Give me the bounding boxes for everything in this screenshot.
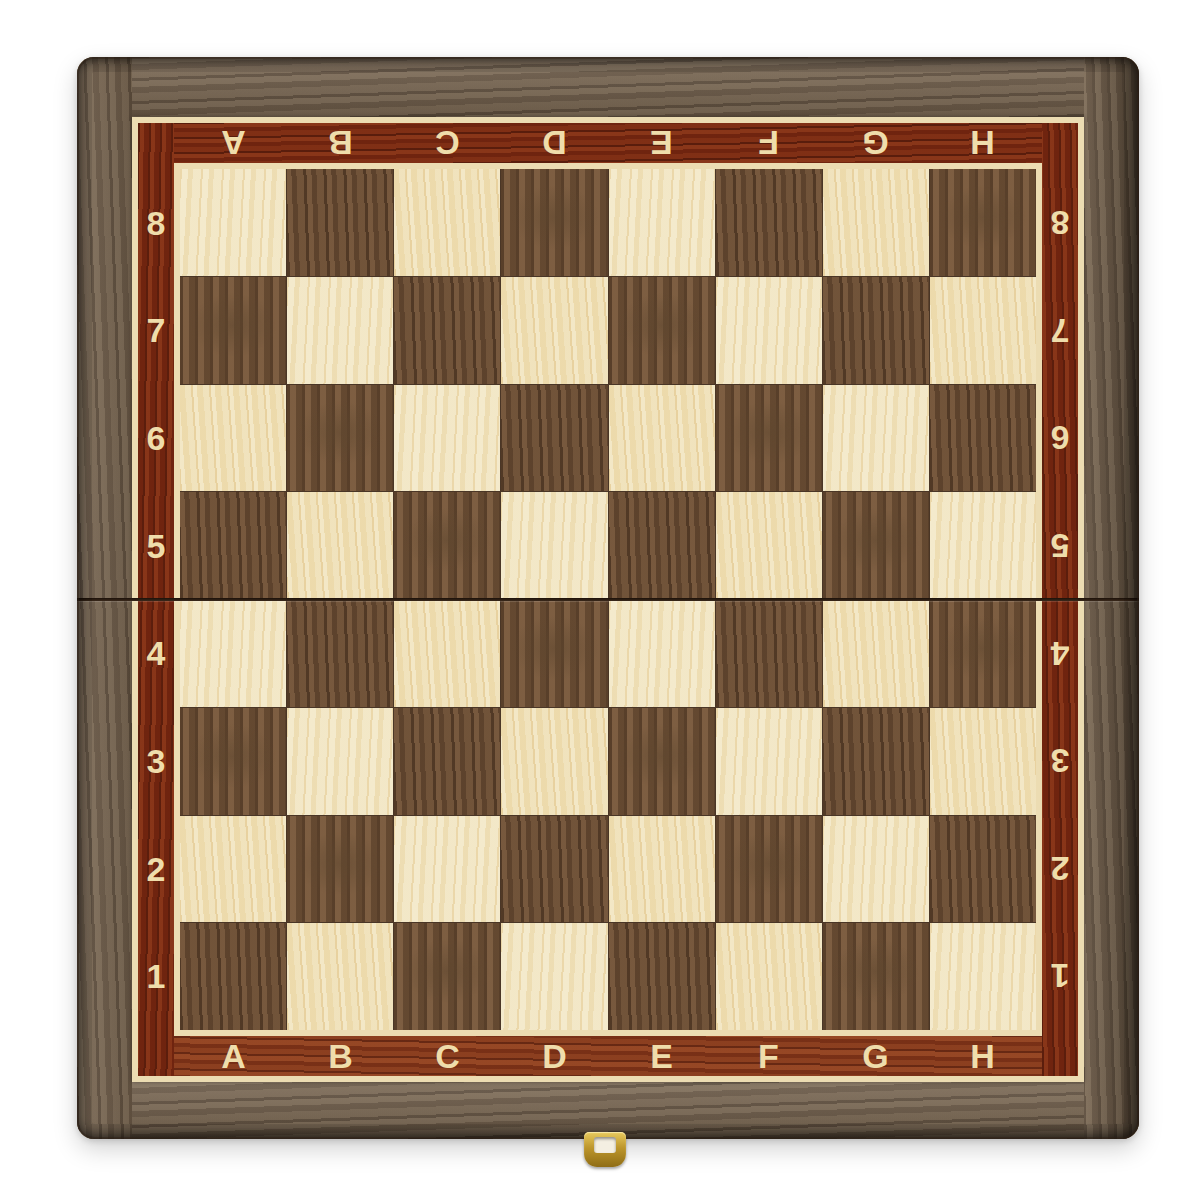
- square-f4: [716, 600, 822, 707]
- square-d4: [501, 600, 607, 707]
- square-b8: [287, 169, 393, 276]
- square-g8: [823, 169, 929, 276]
- file-labels-top: ABCDEFGH: [138, 123, 1078, 163]
- square-c7: [394, 277, 500, 384]
- square-a5: [180, 492, 286, 599]
- square-e3: [609, 708, 715, 815]
- mahogany-border-bottom: ABCDEFGH: [138, 1036, 1078, 1076]
- square-e6: [609, 385, 715, 492]
- rank-label-right-6: 6: [1042, 384, 1078, 492]
- square-f6: [716, 385, 822, 492]
- rank-label-right-3: 3: [1042, 707, 1078, 815]
- square-d2: [501, 816, 607, 923]
- square-f1: [716, 923, 822, 1030]
- square-d1: [501, 923, 607, 1030]
- square-c1: [394, 923, 500, 1030]
- rank-label-left-3: 3: [138, 707, 174, 815]
- file-label-top-a: A: [180, 123, 287, 163]
- file-label-bottom-c: C: [394, 1036, 501, 1076]
- square-e5: [609, 492, 715, 599]
- clasp-hole: [594, 1137, 616, 1153]
- square-b7: [287, 277, 393, 384]
- rank-label-right-5: 5: [1042, 492, 1078, 600]
- square-a7: [180, 277, 286, 384]
- square-g4: [823, 600, 929, 707]
- square-g5: [823, 492, 929, 599]
- square-a2: [180, 816, 286, 923]
- square-c4: [394, 600, 500, 707]
- square-b3: [287, 708, 393, 815]
- frame-top: [77, 57, 1139, 117]
- square-a8: [180, 169, 286, 276]
- file-label-top-h: H: [929, 123, 1036, 163]
- square-h5: [930, 492, 1036, 599]
- square-a4: [180, 600, 286, 707]
- square-h3: [930, 708, 1036, 815]
- frame-bottom: [77, 1081, 1139, 1139]
- square-c8: [394, 169, 500, 276]
- square-c5: [394, 492, 500, 599]
- rank-label-left-8: 8: [138, 169, 174, 277]
- square-a6: [180, 385, 286, 492]
- square-f2: [716, 816, 822, 923]
- square-d3: [501, 708, 607, 815]
- rank-label-right-8: 8: [1042, 169, 1078, 277]
- rank-label-right-4: 4: [1042, 600, 1078, 708]
- rank-label-left-1: 1: [138, 922, 174, 1030]
- mahogany-border-top: ABCDEFGH: [138, 123, 1078, 163]
- square-d7: [501, 277, 607, 384]
- file-label-top-c: C: [394, 123, 501, 163]
- file-label-bottom-h: H: [929, 1036, 1036, 1076]
- rank-label-right-7: 7: [1042, 277, 1078, 385]
- rank-label-right-1: 1: [1042, 922, 1078, 1030]
- square-e1: [609, 923, 715, 1030]
- square-d6: [501, 385, 607, 492]
- square-h4: [930, 600, 1036, 707]
- square-b1: [287, 923, 393, 1030]
- fold-seam: [77, 598, 1139, 601]
- square-e7: [609, 277, 715, 384]
- file-label-top-b: B: [287, 123, 394, 163]
- photo-background: ABCDEFGH ABCDEFGH 87654321 87654321: [0, 0, 1200, 1200]
- rank-label-right-2: 2: [1042, 815, 1078, 923]
- rank-label-left-2: 2: [138, 815, 174, 923]
- square-a3: [180, 708, 286, 815]
- square-h2: [930, 816, 1036, 923]
- file-label-top-e: E: [608, 123, 715, 163]
- square-f5: [716, 492, 822, 599]
- square-g6: [823, 385, 929, 492]
- square-g1: [823, 923, 929, 1030]
- square-f7: [716, 277, 822, 384]
- square-e2: [609, 816, 715, 923]
- square-b4: [287, 600, 393, 707]
- file-label-bottom-g: G: [822, 1036, 929, 1076]
- rank-label-left-4: 4: [138, 600, 174, 708]
- chess-board-box: ABCDEFGH ABCDEFGH 87654321 87654321: [77, 57, 1139, 1139]
- rank-label-left-5: 5: [138, 492, 174, 600]
- square-c2: [394, 816, 500, 923]
- square-h6: [930, 385, 1036, 492]
- square-d5: [501, 492, 607, 599]
- square-b6: [287, 385, 393, 492]
- file-label-top-g: G: [822, 123, 929, 163]
- square-d8: [501, 169, 607, 276]
- file-label-bottom-e: E: [608, 1036, 715, 1076]
- square-h1: [930, 923, 1036, 1030]
- square-g7: [823, 277, 929, 384]
- file-label-bottom-b: B: [287, 1036, 394, 1076]
- square-e8: [609, 169, 715, 276]
- file-label-top-f: F: [715, 123, 822, 163]
- file-label-top-d: D: [501, 123, 608, 163]
- square-b5: [287, 492, 393, 599]
- file-label-bottom-d: D: [501, 1036, 608, 1076]
- square-g2: [823, 816, 929, 923]
- square-f8: [716, 169, 822, 276]
- square-h8: [930, 169, 1036, 276]
- square-e4: [609, 600, 715, 707]
- square-a1: [180, 923, 286, 1030]
- square-c3: [394, 708, 500, 815]
- file-label-bottom-f: F: [715, 1036, 822, 1076]
- square-h7: [930, 277, 1036, 384]
- file-labels-bottom: ABCDEFGH: [138, 1036, 1078, 1076]
- square-b2: [287, 816, 393, 923]
- square-f3: [716, 708, 822, 815]
- brass-clasp: [584, 1132, 626, 1167]
- rank-label-left-6: 6: [138, 384, 174, 492]
- file-label-bottom-a: A: [180, 1036, 287, 1076]
- rank-label-left-7: 7: [138, 277, 174, 385]
- square-g3: [823, 708, 929, 815]
- square-c6: [394, 385, 500, 492]
